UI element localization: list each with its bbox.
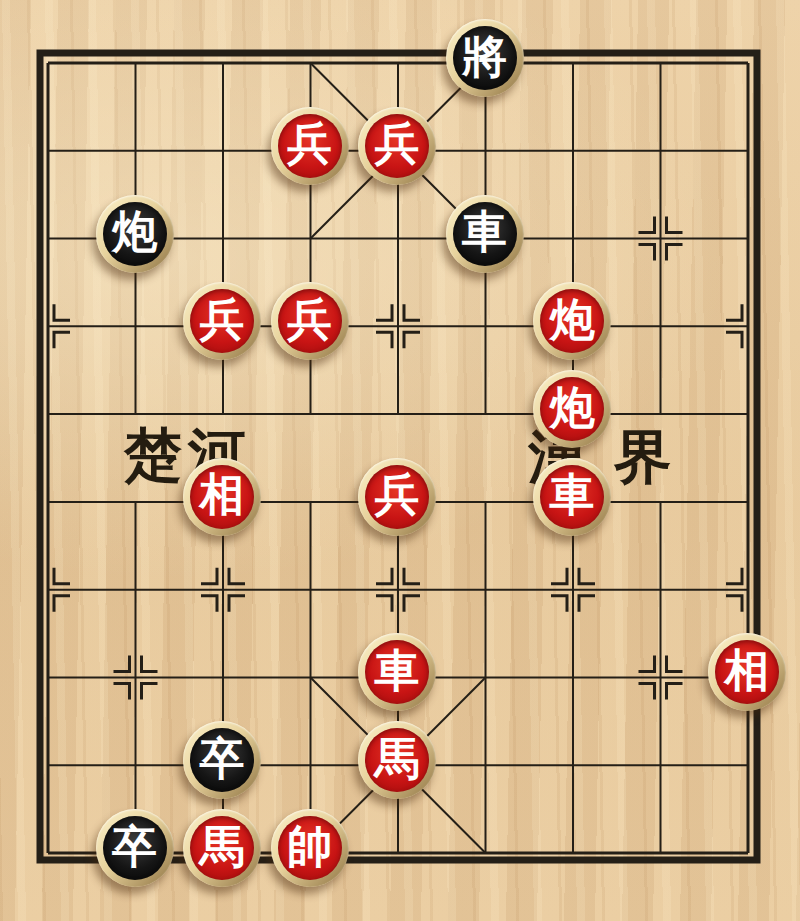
piece-black-general[interactable]: 將 <box>446 19 524 97</box>
piece-glyph: 炮 <box>112 209 157 254</box>
piece-disc: 炮 <box>540 289 604 353</box>
piece-disc: 卒 <box>190 728 254 792</box>
piece-glyph: 炮 <box>550 385 595 430</box>
piece-disc: 兵 <box>190 289 254 353</box>
piece-glyph: 卒 <box>112 824 157 869</box>
piece-disc: 兵 <box>365 114 429 178</box>
piece-red-elephant[interactable]: 相 <box>708 633 786 711</box>
xiangqi-board[interactable]: 楚河 漢界 將兵兵炮車兵兵炮炮相兵車車相卒馬卒馬帥 <box>0 0 800 921</box>
piece-glyph: 相 <box>725 648 770 693</box>
piece-glyph: 兵 <box>375 121 420 166</box>
piece-red-horse[interactable]: 馬 <box>358 721 436 799</box>
piece-disc: 兵 <box>365 465 429 529</box>
piece-red-general[interactable]: 帥 <box>271 809 349 887</box>
piece-glyph: 兵 <box>200 297 245 342</box>
piece-red-soldier[interactable]: 兵 <box>271 107 349 185</box>
piece-glyph: 兵 <box>287 121 332 166</box>
piece-disc: 將 <box>453 26 517 90</box>
piece-black-soldier[interactable]: 卒 <box>183 721 261 799</box>
piece-glyph: 炮 <box>550 297 595 342</box>
piece-glyph: 卒 <box>200 736 245 781</box>
piece-red-soldier[interactable]: 兵 <box>358 458 436 536</box>
piece-black-soldier[interactable]: 卒 <box>96 809 174 887</box>
piece-disc: 相 <box>190 465 254 529</box>
piece-disc: 馬 <box>365 728 429 792</box>
piece-red-soldier[interactable]: 兵 <box>271 282 349 360</box>
piece-glyph: 兵 <box>375 472 420 517</box>
piece-disc: 卒 <box>103 816 167 880</box>
piece-glyph: 馬 <box>200 824 245 869</box>
piece-glyph: 將 <box>462 34 507 79</box>
piece-glyph: 兵 <box>287 297 332 342</box>
piece-red-chariot[interactable]: 車 <box>533 458 611 536</box>
piece-red-chariot[interactable]: 車 <box>358 633 436 711</box>
piece-disc: 帥 <box>278 816 342 880</box>
piece-glyph: 車 <box>462 209 507 254</box>
piece-red-horse[interactable]: 馬 <box>183 809 261 887</box>
piece-disc: 炮 <box>103 202 167 266</box>
piece-disc: 兵 <box>278 289 342 353</box>
piece-red-cannon[interactable]: 炮 <box>533 282 611 360</box>
piece-glyph: 帥 <box>287 824 332 869</box>
piece-disc: 馬 <box>190 816 254 880</box>
piece-glyph: 馬 <box>375 736 420 781</box>
piece-black-cannon[interactable]: 炮 <box>96 195 174 273</box>
piece-red-soldier[interactable]: 兵 <box>358 107 436 185</box>
piece-disc: 車 <box>365 640 429 704</box>
piece-disc: 兵 <box>278 114 342 178</box>
piece-disc: 炮 <box>540 377 604 441</box>
piece-red-cannon[interactable]: 炮 <box>533 370 611 448</box>
piece-disc: 車 <box>540 465 604 529</box>
piece-glyph: 相 <box>200 472 245 517</box>
piece-glyph: 車 <box>375 648 420 693</box>
piece-black-chariot[interactable]: 車 <box>446 195 524 273</box>
piece-disc: 相 <box>715 640 779 704</box>
piece-disc: 車 <box>453 202 517 266</box>
piece-red-soldier[interactable]: 兵 <box>183 282 261 360</box>
piece-red-elephant[interactable]: 相 <box>183 458 261 536</box>
piece-glyph: 車 <box>550 472 595 517</box>
